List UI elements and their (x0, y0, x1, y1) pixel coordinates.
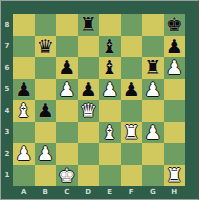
square-e5[interactable]: ♟ (99, 79, 121, 101)
square-g6[interactable]: ♜ (142, 57, 164, 79)
square-f4[interactable] (121, 100, 143, 122)
square-g2[interactable] (142, 143, 164, 165)
black-pawn-piece: ♟ (164, 36, 186, 58)
white-rook-piece: ♜ (121, 122, 143, 144)
rank-label-6: 6 (1, 57, 13, 79)
black-rook-piece: ♜ (78, 14, 100, 36)
white-pawn-piece: ♟ (13, 143, 35, 165)
square-c4[interactable] (56, 100, 78, 122)
square-h6[interactable]: ♟ (164, 57, 186, 79)
square-f8[interactable] (121, 14, 143, 36)
square-b3[interactable] (35, 122, 57, 144)
rank-label-1: 1 (1, 165, 13, 187)
square-b6[interactable] (35, 57, 57, 79)
black-rook-piece: ♜ (142, 57, 164, 79)
rank-label-5: 5 (1, 79, 13, 101)
white-rook-piece: ♜ (164, 165, 186, 187)
square-a5[interactable]: ♟ (13, 79, 35, 101)
file-label-e: E (99, 184, 121, 199)
rank-label-8: 8 (1, 14, 13, 36)
black-pawn-piece: ♟ (13, 79, 35, 101)
square-a2[interactable]: ♟ (13, 143, 35, 165)
chess-board-frame: 87654321 ♜♚♛♝♟♟♝♜♟♟♟♟♟♟♟♝♟♛♝♜♟♟♟♚♜ ABCDE… (0, 0, 199, 200)
square-d3[interactable] (78, 122, 100, 144)
square-e1[interactable] (99, 165, 121, 187)
black-bishop-piece: ♝ (99, 36, 121, 58)
square-f7[interactable] (121, 36, 143, 58)
square-d1[interactable] (78, 165, 100, 187)
square-c5[interactable]: ♟ (56, 79, 78, 101)
file-label-a: A (13, 184, 35, 199)
square-e2[interactable] (99, 143, 121, 165)
square-f2[interactable] (121, 143, 143, 165)
white-pawn-piece: ♟ (56, 79, 78, 101)
white-pawn-piece: ♟ (142, 122, 164, 144)
square-c3[interactable] (56, 122, 78, 144)
square-d8[interactable]: ♜ (78, 14, 100, 36)
square-g3[interactable]: ♟ (142, 122, 164, 144)
white-pawn-piece: ♟ (35, 143, 57, 165)
square-b5[interactable] (35, 79, 57, 101)
square-c8[interactable] (56, 14, 78, 36)
square-h5[interactable] (164, 79, 186, 101)
white-king-piece: ♚ (56, 165, 78, 187)
square-g5[interactable]: ♟ (142, 79, 164, 101)
square-b4[interactable]: ♟ (35, 100, 57, 122)
black-pawn-piece: ♟ (78, 79, 100, 101)
black-pawn-piece: ♟ (121, 79, 143, 101)
square-g8[interactable] (142, 14, 164, 36)
square-c1[interactable]: ♚ (56, 165, 78, 187)
square-a6[interactable] (13, 57, 35, 79)
square-c6[interactable]: ♟ (56, 57, 78, 79)
white-pawn-piece: ♟ (142, 79, 164, 101)
square-f5[interactable]: ♟ (121, 79, 143, 101)
white-bishop-piece: ♝ (99, 122, 121, 144)
rank-label-2: 2 (1, 143, 13, 165)
black-pawn-piece: ♟ (35, 100, 57, 122)
square-a8[interactable] (13, 14, 35, 36)
square-h7[interactable]: ♟ (164, 36, 186, 58)
square-b7[interactable]: ♛ (35, 36, 57, 58)
square-d4[interactable]: ♛ (78, 100, 100, 122)
square-h8[interactable]: ♚ (164, 14, 186, 36)
square-a4[interactable]: ♝ (13, 100, 35, 122)
square-a1[interactable] (13, 165, 35, 187)
square-h4[interactable] (164, 100, 186, 122)
rank-label-4: 4 (1, 100, 13, 122)
square-e7[interactable]: ♝ (99, 36, 121, 58)
file-label-h: H (164, 184, 186, 199)
black-pawn-piece: ♟ (56, 57, 78, 79)
chess-board: ♜♚♛♝♟♟♝♜♟♟♟♟♟♟♟♝♟♛♝♜♟♟♟♚♜ (13, 14, 185, 186)
square-f3[interactable]: ♜ (121, 122, 143, 144)
white-queen-piece: ♛ (78, 100, 100, 122)
square-e6[interactable]: ♝ (99, 57, 121, 79)
rank-labels: 87654321 (1, 14, 13, 186)
file-label-g: G (142, 184, 164, 199)
file-label-f: F (121, 184, 143, 199)
square-d7[interactable] (78, 36, 100, 58)
square-e3[interactable]: ♝ (99, 122, 121, 144)
square-c7[interactable] (56, 36, 78, 58)
file-label-d: D (78, 184, 100, 199)
square-a3[interactable] (13, 122, 35, 144)
square-e4[interactable] (99, 100, 121, 122)
square-d5[interactable]: ♟ (78, 79, 100, 101)
square-f1[interactable] (121, 165, 143, 187)
square-h3[interactable] (164, 122, 186, 144)
square-d2[interactable] (78, 143, 100, 165)
square-g1[interactable] (142, 165, 164, 187)
white-bishop-piece: ♝ (13, 100, 35, 122)
square-h2[interactable] (164, 143, 186, 165)
square-b2[interactable]: ♟ (35, 143, 57, 165)
square-a7[interactable] (13, 36, 35, 58)
square-h1[interactable]: ♜ (164, 165, 186, 187)
square-g4[interactable] (142, 100, 164, 122)
black-bishop-piece: ♝ (99, 57, 121, 79)
square-b8[interactable] (35, 14, 57, 36)
file-labels: ABCDEFGH (13, 184, 185, 199)
white-pawn-piece: ♟ (164, 57, 186, 79)
rank-label-7: 7 (1, 36, 13, 58)
square-f6[interactable] (121, 57, 143, 79)
black-queen-piece: ♛ (35, 36, 57, 58)
square-g7[interactable] (142, 36, 164, 58)
white-pawn-piece: ♟ (99, 79, 121, 101)
square-d6[interactable] (78, 57, 100, 79)
square-b1[interactable] (35, 165, 57, 187)
black-king-piece: ♚ (164, 14, 186, 36)
file-label-c: C (56, 184, 78, 199)
rank-label-3: 3 (1, 122, 13, 144)
square-e8[interactable] (99, 14, 121, 36)
file-label-b: B (35, 184, 57, 199)
square-c2[interactable] (56, 143, 78, 165)
